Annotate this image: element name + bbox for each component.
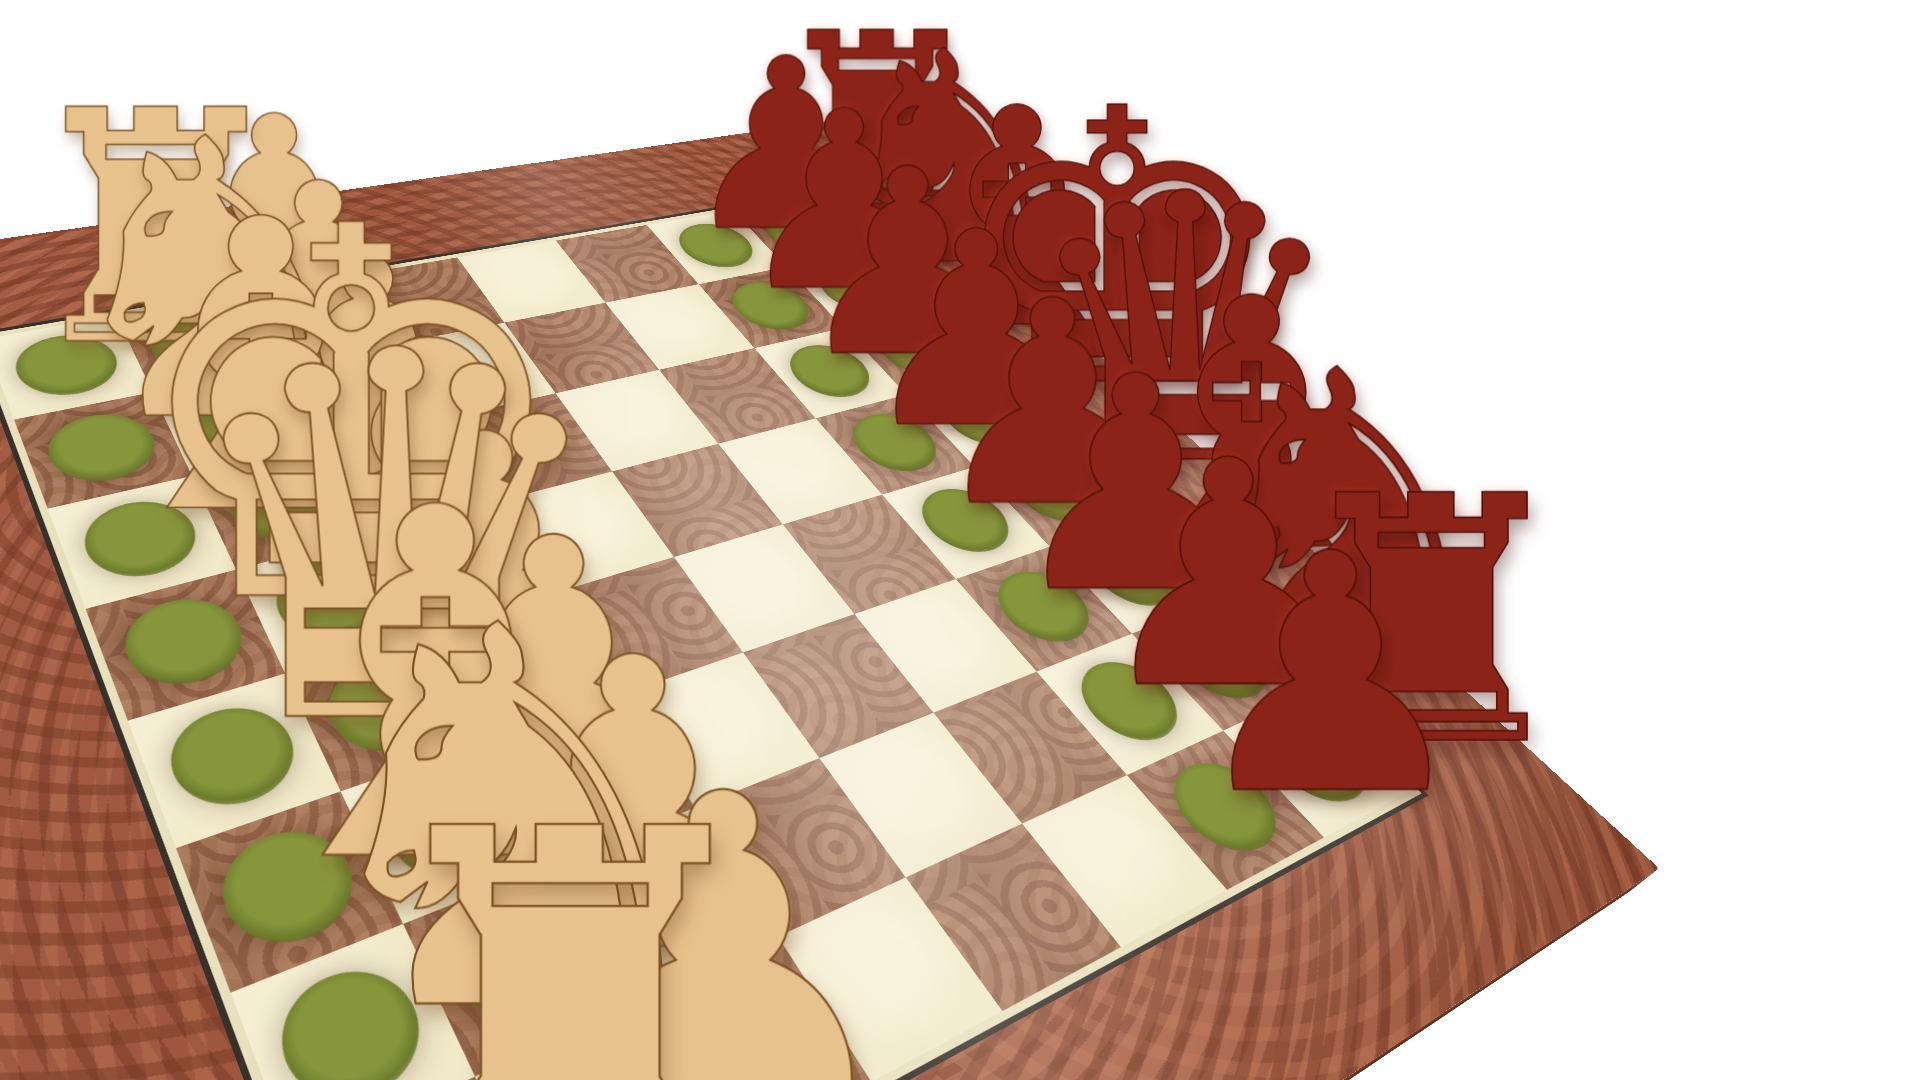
piece-boxwood-rook-a1[interactable]: ♜ — [348, 766, 550, 1080]
photo-stage: ♜♞♟♝♟♚♟♛♟♝♟♞♟♟♜♟♟♜♟♟♞♟♝♟♚♟♛♟♝♟♞♜ — [0, 0, 1920, 1080]
piece-red-pawn-a7[interactable]: ♟ — [1183, 512, 1328, 841]
chess-board: ♜♞♟♝♟♚♟♛♟♝♟♞♟♟♜♟♟♜♟♟♞♟♝♟♚♟♛♟♝♟♞♜ — [0, 119, 1659, 1080]
piece-layer: ♜♞♟♝♟♚♟♛♟♝♟♞♟♟♜♟♟♜♟♟♞♟♝♟♚♟♛♟♝♟♞♜ — [0, 196, 1412, 1080]
chess-board-3d-anchor: ♜♞♟♝♟♚♟♛♟♝♟♞♟♟♜♟♟♜♟♟♞♟♝♟♚♟♛♟♝♟♞♜ — [0, 119, 1659, 1080]
